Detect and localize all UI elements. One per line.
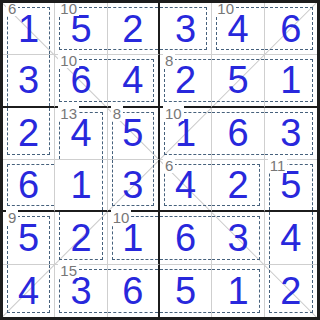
board-grid: 6110523104631064825121348510163613642115… [3, 3, 317, 317]
cell-digit: 3 [280, 114, 301, 152]
cell-digit: 3 [122, 166, 143, 204]
cell-digit: 1 [227, 272, 248, 310]
cage-sum-label: 15 [58, 263, 79, 278]
cage-sum-label: 8 [111, 106, 123, 121]
cell-r1c6[interactable]: 6 [265, 3, 317, 55]
cell-digit: 5 [175, 272, 196, 310]
cell-r2c4[interactable]: 82 [160, 55, 212, 107]
cell-digit: 3 [175, 10, 196, 48]
cell-digit: 2 [227, 166, 248, 204]
cell-digit: 6 [227, 114, 248, 152]
cell-r3c2[interactable]: 134 [55, 108, 107, 160]
cage-sum-label: 9 [6, 210, 18, 225]
cell-digit: 1 [280, 61, 301, 99]
cage-sum-label: 10 [58, 53, 79, 68]
cell-digit: 6 [280, 10, 301, 48]
cell-digit: 4 [18, 272, 39, 310]
cell-r3c1[interactable]: 2 [3, 108, 55, 160]
cell-r2c5[interactable]: 5 [212, 55, 264, 107]
cell-r5c5[interactable]: 3 [212, 212, 264, 264]
cell-r5c1[interactable]: 95 [3, 212, 55, 264]
cell-r6c6[interactable]: 2 [265, 265, 317, 317]
cage-sum-label: 10 [215, 1, 236, 16]
cell-digit: 2 [175, 61, 196, 99]
cell-r6c4[interactable]: 5 [160, 265, 212, 317]
cell-r2c6[interactable]: 1 [265, 55, 317, 107]
cage-sum-label: 8 [163, 53, 175, 68]
cell-r1c1[interactable]: 61 [3, 3, 55, 55]
cell-r4c4[interactable]: 64 [160, 160, 212, 212]
cage-sum-label: 11 [268, 158, 288, 173]
cage-sum-label: 6 [6, 1, 18, 16]
cell-digit: 5 [122, 114, 143, 152]
cell-digit: 2 [122, 10, 143, 48]
cell-r5c2[interactable]: 2 [55, 212, 107, 264]
cell-r3c5[interactable]: 6 [212, 108, 264, 160]
cell-r3c6[interactable]: 3 [265, 108, 317, 160]
cell-digit: 1 [70, 166, 91, 204]
cell-r2c2[interactable]: 106 [55, 55, 107, 107]
cell-digit: 5 [18, 219, 39, 257]
cell-r2c1[interactable]: 3 [3, 55, 55, 107]
cage-sum-label: 6 [163, 158, 175, 173]
cell-digit: 1 [18, 10, 39, 48]
cell-r4c6[interactable]: 115 [265, 160, 317, 212]
cell-r3c4[interactable]: 101 [160, 108, 212, 160]
cell-r4c2[interactable]: 1 [55, 160, 107, 212]
cage-sum-label: 10 [111, 210, 132, 225]
cage-sum-label: 10 [58, 1, 79, 16]
cell-digit: 4 [175, 166, 196, 204]
cell-r6c3[interactable]: 6 [108, 265, 160, 317]
cage-sum-label: 13 [58, 106, 79, 121]
cell-r6c1[interactable]: 4 [3, 265, 55, 317]
cell-r4c1[interactable]: 6 [3, 160, 55, 212]
cell-r1c5[interactable]: 104 [212, 3, 264, 55]
cell-digit: 2 [280, 272, 301, 310]
cell-r5c3[interactable]: 101 [108, 212, 160, 264]
cell-r3c3[interactable]: 85 [108, 108, 160, 160]
cell-r4c3[interactable]: 3 [108, 160, 160, 212]
cell-digit: 6 [175, 219, 196, 257]
cell-digit: 3 [18, 61, 39, 99]
cell-r6c5[interactable]: 1 [212, 265, 264, 317]
cell-digit: 3 [227, 219, 248, 257]
cell-digit: 6 [18, 166, 39, 204]
cell-r5c6[interactable]: 4 [265, 212, 317, 264]
cell-r5c4[interactable]: 6 [160, 212, 212, 264]
cell-digit: 2 [18, 114, 39, 152]
cell-r2c3[interactable]: 4 [108, 55, 160, 107]
cell-r1c3[interactable]: 2 [108, 3, 160, 55]
cell-r1c2[interactable]: 105 [55, 3, 107, 55]
cell-r4c5[interactable]: 2 [212, 160, 264, 212]
cell-r6c2[interactable]: 153 [55, 265, 107, 317]
cell-digit: 5 [227, 61, 248, 99]
cell-digit: 6 [122, 272, 143, 310]
cell-digit: 2 [70, 219, 91, 257]
cell-digit: 4 [122, 61, 143, 99]
cage-sum-label: 10 [163, 106, 184, 121]
cell-r1c4[interactable]: 3 [160, 3, 212, 55]
killer-sudoku-board: 6110523104631064825121348510163613642115… [0, 0, 320, 320]
cell-digit: 4 [280, 219, 301, 257]
